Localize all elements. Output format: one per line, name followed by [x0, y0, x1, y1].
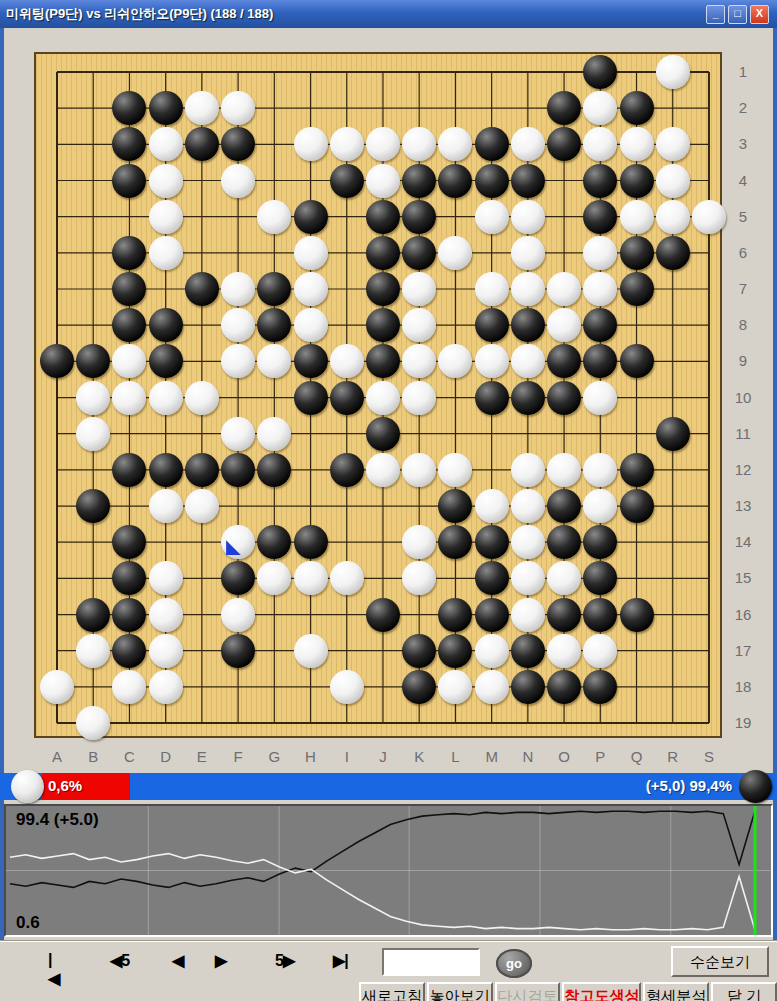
nav-button-5[interactable]: 5▶ — [275, 951, 294, 970]
column-label-B: B — [82, 748, 104, 765]
white-stone-N3[interactable] — [511, 127, 545, 161]
white-stone-H3[interactable] — [294, 127, 328, 161]
black-stone-P4[interactable] — [583, 164, 617, 198]
white-stone-G11[interactable] — [257, 417, 291, 451]
black-stone-H14[interactable] — [294, 525, 328, 559]
black-stone-J7[interactable] — [366, 272, 400, 306]
column-label-Q: Q — [626, 748, 648, 765]
white-stone-K7[interactable] — [402, 272, 436, 306]
black-stone-I10[interactable] — [330, 381, 364, 415]
white-stone-H17[interactable] — [294, 634, 328, 668]
black-stone-Q12[interactable] — [620, 453, 654, 487]
column-label-C: C — [118, 748, 140, 765]
white-stone-D13[interactable] — [149, 489, 183, 523]
white-stone-C10[interactable] — [112, 381, 146, 415]
go-button[interactable]: go — [496, 949, 532, 978]
column-label-R: R — [662, 748, 684, 765]
white-stone-R4[interactable] — [656, 164, 690, 198]
graph-top-label: 99.4 (+5.0) — [16, 810, 99, 830]
row-label-12: 12 — [732, 461, 754, 478]
row-label-3: 3 — [732, 135, 754, 152]
nav-button-[interactable]: ◀ — [172, 951, 183, 970]
black-stone-E3[interactable] — [185, 127, 219, 161]
column-label-N: N — [517, 748, 539, 765]
black-stone-P18[interactable] — [583, 670, 617, 704]
black-stone-I12[interactable] — [330, 453, 364, 487]
black-stone-O2[interactable] — [547, 91, 581, 125]
black-stone-J6[interactable] — [366, 236, 400, 270]
white-stone-I3[interactable] — [330, 127, 364, 161]
row-label-14: 14 — [732, 533, 754, 550]
black-stone-O13[interactable] — [547, 489, 581, 523]
nav-button-[interactable]: ▶ — [215, 951, 226, 970]
row-label-10: 10 — [732, 389, 754, 406]
evaluation-bar: 0,6% (+5,0) 99,4% — [0, 773, 777, 800]
white-stone-D18[interactable] — [149, 670, 183, 704]
view-moves-button[interactable]: 수순보기 — [671, 946, 769, 977]
white-stone-L6[interactable] — [438, 236, 472, 270]
black-stone-P16[interactable] — [583, 598, 617, 632]
white-stone-J10[interactable] — [366, 381, 400, 415]
column-label-L: L — [444, 748, 466, 765]
white-stone-M7[interactable] — [475, 272, 509, 306]
minimize-button[interactable]: _ — [706, 5, 725, 24]
white-stone-K10[interactable] — [402, 381, 436, 415]
bottom-button-5[interactable]: 닫 기 — [711, 982, 777, 1001]
go-board[interactable] — [34, 52, 722, 738]
black-stone-J8[interactable] — [366, 308, 400, 342]
row-label-2: 2 — [732, 99, 754, 116]
white-stone-M17[interactable] — [475, 634, 509, 668]
row-label-19: 19 — [732, 714, 754, 731]
black-stone-Q4[interactable] — [620, 164, 654, 198]
white-stone-N13[interactable] — [511, 489, 545, 523]
black-stone-E7[interactable] — [185, 272, 219, 306]
white-stone-F7[interactable] — [221, 272, 255, 306]
winrate-chart-canvas — [6, 806, 771, 935]
white-stone-Q5[interactable] — [620, 200, 654, 234]
black-stone-C16[interactable] — [112, 598, 146, 632]
column-label-A: A — [46, 748, 68, 765]
white-stone-I9[interactable] — [330, 344, 364, 378]
row-label-4: 4 — [732, 172, 754, 189]
nav-button-[interactable]: ▶| — [333, 951, 348, 970]
bottom-button-0[interactable]: 새로고침 — [359, 982, 425, 1001]
white-stone-F4[interactable] — [221, 164, 255, 198]
black-stone-K6[interactable] — [402, 236, 436, 270]
black-stone-G12[interactable] — [257, 453, 291, 487]
bottom-button-4[interactable]: 형세분석 — [643, 982, 709, 1001]
black-stone-I4[interactable] — [330, 164, 364, 198]
white-stone-N14[interactable] — [511, 525, 545, 559]
black-stone-L4[interactable] — [438, 164, 472, 198]
black-stone-J11[interactable] — [366, 417, 400, 451]
white-stone-O7[interactable] — [547, 272, 581, 306]
white-stone-B11[interactable] — [76, 417, 110, 451]
black-stone-R11[interactable] — [656, 417, 690, 451]
white-stone-D10[interactable] — [149, 381, 183, 415]
white-stone-N12[interactable] — [511, 453, 545, 487]
winrate-graph[interactable]: 99.4 (+5.0) 0.6 — [4, 804, 773, 937]
white-stone-D4[interactable] — [149, 164, 183, 198]
black-winrate-line — [10, 811, 755, 888]
black-stone-Q13[interactable] — [620, 489, 654, 523]
white-stone-A18[interactable] — [40, 670, 74, 704]
bottom-button-row: 새로고침놓아보기다시검토참고도생성형세분석닫 기 — [359, 982, 777, 1001]
white-stone-H8[interactable] — [294, 308, 328, 342]
black-stone-O18[interactable] — [547, 670, 581, 704]
black-stone-H10[interactable] — [294, 381, 328, 415]
white-stone-N7[interactable] — [511, 272, 545, 306]
bottom-button-3[interactable]: 참고도생성 — [562, 982, 641, 1001]
white-stone-P12[interactable] — [583, 453, 617, 487]
black-stone-M10[interactable] — [475, 381, 509, 415]
column-label-P: P — [589, 748, 611, 765]
black-stone-C4[interactable] — [112, 164, 146, 198]
white-stone-M9[interactable] — [475, 344, 509, 378]
maximize-button[interactable]: □ — [728, 5, 747, 24]
white-stone-F16[interactable] — [221, 598, 255, 632]
white-stone-D6[interactable] — [149, 236, 183, 270]
column-label-G: G — [263, 748, 285, 765]
black-winrate-label: (+5,0) 99,4% — [646, 777, 732, 794]
column-label-E: E — [191, 748, 213, 765]
white-stone-N15[interactable] — [511, 561, 545, 595]
move-number-input[interactable] — [382, 948, 480, 976]
white-stone-H15[interactable] — [294, 561, 328, 595]
white-stone-D17[interactable] — [149, 634, 183, 668]
black-stone-D2[interactable] — [149, 91, 183, 125]
white-stone-O12[interactable] — [547, 453, 581, 487]
white-stone-M18[interactable] — [475, 670, 509, 704]
white-stone-G5[interactable] — [257, 200, 291, 234]
row-label-15: 15 — [732, 569, 754, 586]
black-stone-M14[interactable] — [475, 525, 509, 559]
window-title: 미위팅(P9단) vs 리쉬안하오(P9단) (188 / 188) — [6, 5, 273, 23]
black-stone-D12[interactable] — [149, 453, 183, 487]
black-stone-K4[interactable] — [402, 164, 436, 198]
graph-bottom-label: 0.6 — [16, 913, 40, 933]
black-stone-K5[interactable] — [402, 200, 436, 234]
white-stone-R5[interactable] — [656, 200, 690, 234]
black-stone-L17[interactable] — [438, 634, 472, 668]
black-stone-N17[interactable] — [511, 634, 545, 668]
black-stone-M15[interactable] — [475, 561, 509, 595]
black-stone-M8[interactable] — [475, 308, 509, 342]
white-stone-H7[interactable] — [294, 272, 328, 306]
column-label-O: O — [553, 748, 575, 765]
last-move-marker — [226, 540, 241, 555]
white-stone-D16[interactable] — [149, 598, 183, 632]
black-stone-P5[interactable] — [583, 200, 617, 234]
white-stone-Q3[interactable] — [620, 127, 654, 161]
black-stone-Q2[interactable] — [620, 91, 654, 125]
black-stone-icon — [739, 770, 772, 803]
black-stone-D8[interactable] — [149, 308, 183, 342]
white-stone-I15[interactable] — [330, 561, 364, 595]
black-stone-F17[interactable] — [221, 634, 255, 668]
row-label-8: 8 — [732, 316, 754, 333]
white-stone-F11[interactable] — [221, 417, 255, 451]
black-stone-N18[interactable] — [511, 670, 545, 704]
row-label-18: 18 — [732, 678, 754, 695]
white-stone-E10[interactable] — [185, 381, 219, 415]
white-stone-E2[interactable] — [185, 91, 219, 125]
row-label-17: 17 — [732, 642, 754, 659]
black-stone-M4[interactable] — [475, 164, 509, 198]
black-stone-Q6[interactable] — [620, 236, 654, 270]
white-stone-D5[interactable] — [149, 200, 183, 234]
column-label-F: F — [227, 748, 249, 765]
column-label-M: M — [481, 748, 503, 765]
black-stone-C17[interactable] — [112, 634, 146, 668]
white-stone-M13[interactable] — [475, 489, 509, 523]
white-stone-H6[interactable] — [294, 236, 328, 270]
row-label-11: 11 — [732, 425, 754, 442]
white-stone-O17[interactable] — [547, 634, 581, 668]
white-stone-D15[interactable] — [149, 561, 183, 595]
black-stone-D9[interactable] — [149, 344, 183, 378]
column-label-H: H — [300, 748, 322, 765]
column-label-S: S — [698, 748, 720, 765]
app-window: 미위팅(P9단) vs 리쉬안하오(P9단) (188 / 188) _ □ X… — [0, 0, 777, 1001]
black-stone-Q16[interactable] — [620, 598, 654, 632]
white-stone-J4[interactable] — [366, 164, 400, 198]
close-button[interactable]: X — [750, 5, 769, 24]
nav-button-[interactable]: |◀ — [48, 951, 59, 988]
column-label-J: J — [372, 748, 394, 765]
black-stone-R6[interactable] — [656, 236, 690, 270]
white-stone-R1[interactable] — [656, 55, 690, 89]
black-stone-O10[interactable] — [547, 381, 581, 415]
white-stone-J12[interactable] — [366, 453, 400, 487]
black-stone-Q7[interactable] — [620, 272, 654, 306]
title-bar: 미위팅(P9단) vs 리쉬안하오(P9단) (188 / 188) _ □ X — [0, 0, 777, 28]
bottom-button-1[interactable]: 놓아보기 — [427, 982, 493, 1001]
row-label-7: 7 — [732, 280, 754, 297]
black-stone-B16[interactable] — [76, 598, 110, 632]
white-stone-B17[interactable] — [76, 634, 110, 668]
bottom-button-2[interactable]: 다시검토 — [495, 982, 561, 1001]
black-stone-J5[interactable] — [366, 200, 400, 234]
row-label-9: 9 — [732, 352, 754, 369]
white-winrate-line — [10, 854, 755, 931]
black-stone-J16[interactable] — [366, 598, 400, 632]
column-label-D: D — [155, 748, 177, 765]
black-stone-B13[interactable] — [76, 489, 110, 523]
row-label-13: 13 — [732, 497, 754, 514]
white-stone-P17[interactable] — [583, 634, 617, 668]
black-stone-N8[interactable] — [511, 308, 545, 342]
white-stone-K12[interactable] — [402, 453, 436, 487]
black-stone-H5[interactable] — [294, 200, 328, 234]
white-stone-S5[interactable] — [692, 200, 726, 234]
white-stone-I18[interactable] — [330, 670, 364, 704]
row-label-6: 6 — [732, 244, 754, 261]
white-stone-P10[interactable] — [583, 381, 617, 415]
black-stone-N10[interactable] — [511, 381, 545, 415]
white-stone-P6[interactable] — [583, 236, 617, 270]
white-stone-D3[interactable] — [149, 127, 183, 161]
white-stone-N16[interactable] — [511, 598, 545, 632]
column-label-K: K — [408, 748, 430, 765]
black-stone-Q9[interactable] — [620, 344, 654, 378]
black-stone-F12[interactable] — [221, 453, 255, 487]
row-label-5: 5 — [732, 208, 754, 225]
white-stone-M5[interactable] — [475, 200, 509, 234]
white-stone-N9[interactable] — [511, 344, 545, 378]
white-stone-B10[interactable] — [76, 381, 110, 415]
white-winrate-label: 0,6% — [48, 777, 82, 794]
nav-button-5[interactable]: ◀5 — [110, 951, 129, 970]
control-panel: |◀◀5◀▶5▶▶| go 수순보기 새로고침놓아보기다시검토참고도생성형세분석… — [0, 940, 777, 1001]
white-stone-icon — [11, 770, 44, 803]
row-label-1: 1 — [732, 63, 754, 80]
black-stone-K18[interactable] — [402, 670, 436, 704]
row-label-16: 16 — [732, 606, 754, 623]
white-stone-E13[interactable] — [185, 489, 219, 523]
black-stone-M3[interactable] — [475, 127, 509, 161]
black-stone-L16[interactable] — [438, 598, 472, 632]
white-stone-N5[interactable] — [511, 200, 545, 234]
white-stone-N6[interactable] — [511, 236, 545, 270]
black-stone-N4[interactable] — [511, 164, 545, 198]
black-stone-K17[interactable] — [402, 634, 436, 668]
white-stone-F2[interactable] — [221, 91, 255, 125]
column-label-I: I — [336, 748, 358, 765]
black-stone-H9[interactable] — [294, 344, 328, 378]
black-stone-O16[interactable] — [547, 598, 581, 632]
black-stone-E12[interactable] — [185, 453, 219, 487]
white-stone-R3[interactable] — [656, 127, 690, 161]
black-stone-M16[interactable] — [475, 598, 509, 632]
